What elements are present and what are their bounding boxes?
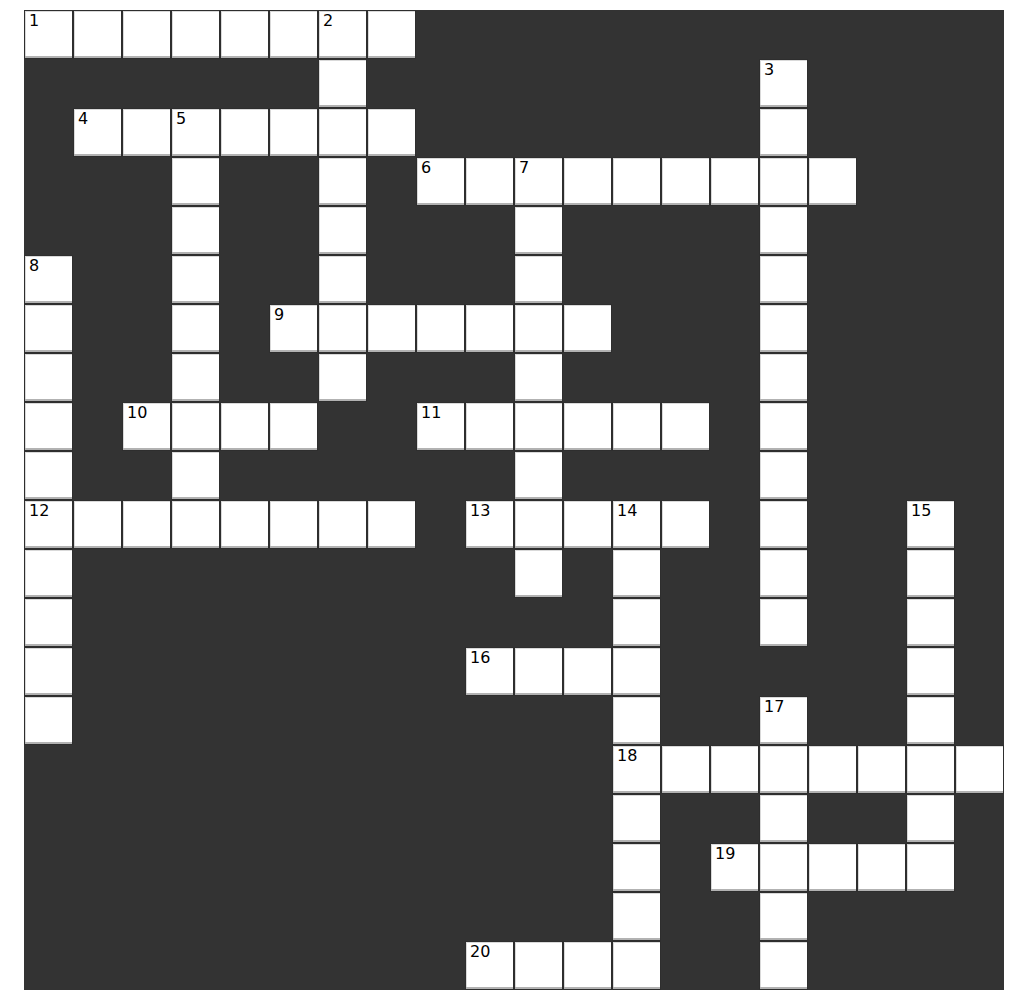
clue-number-13: 13 [470, 502, 490, 520]
cell-r0c0[interactable]: 1 [24, 10, 73, 59]
block-r15c11 [563, 745, 612, 794]
block-r18c10 [514, 892, 563, 941]
cell-r5c3[interactable] [171, 255, 220, 304]
cell-r15c13[interactable] [661, 745, 710, 794]
block-r9c14 [710, 451, 759, 500]
cell-r15c15[interactable] [759, 745, 808, 794]
cell-r16c12[interactable] [612, 794, 661, 843]
block-r15c10 [514, 745, 563, 794]
block-r12c17 [857, 598, 906, 647]
block-r16c6 [318, 794, 367, 843]
block-r16c9 [465, 794, 514, 843]
block-r9c8 [416, 451, 465, 500]
block-r18c0 [24, 892, 73, 941]
block-r12c14 [710, 598, 759, 647]
clue-number-16: 16 [470, 649, 490, 667]
block-r6c4 [220, 304, 269, 353]
cell-r3c9[interactable] [465, 157, 514, 206]
block-r15c6 [318, 745, 367, 794]
cell-r8c8[interactable]: 11 [416, 402, 465, 451]
block-r13c14 [710, 647, 759, 696]
block-r12c8 [416, 598, 465, 647]
clue-number-18: 18 [617, 747, 637, 765]
cell-r6c9[interactable] [465, 304, 514, 353]
cell-r15c17[interactable] [857, 745, 906, 794]
block-r18c9 [465, 892, 514, 941]
cell-r10c1[interactable] [73, 500, 122, 549]
block-r18c13 [661, 892, 710, 941]
cell-r2c15[interactable] [759, 108, 808, 157]
block-r16c13 [661, 794, 710, 843]
block-r6c17 [857, 304, 906, 353]
cell-r10c6[interactable] [318, 500, 367, 549]
block-r14c16 [808, 696, 857, 745]
cell-r1c6[interactable] [318, 59, 367, 108]
cell-r13c12[interactable] [612, 647, 661, 696]
block-r14c4 [220, 696, 269, 745]
cell-r14c15[interactable]: 17 [759, 696, 808, 745]
block-r2c16 [808, 108, 857, 157]
block-r1c8 [416, 59, 465, 108]
block-r17c13 [661, 843, 710, 892]
cell-r3c14[interactable] [710, 157, 759, 206]
block-r13c3 [171, 647, 220, 696]
block-r8c16 [808, 402, 857, 451]
block-r7c1 [73, 353, 122, 402]
block-r17c10 [514, 843, 563, 892]
crossword-grid: 1234567891011121314151617181920 [24, 10, 1004, 990]
block-r9c6 [318, 451, 367, 500]
cell-r8c13[interactable] [661, 402, 710, 451]
block-r2c19 [955, 108, 1004, 157]
block-r4c11 [563, 206, 612, 255]
cell-r0c5[interactable] [269, 10, 318, 59]
cell-r3c15[interactable] [759, 157, 808, 206]
cell-r8c2[interactable]: 10 [122, 402, 171, 451]
cell-r8c9[interactable] [465, 402, 514, 451]
cell-r15c16[interactable] [808, 745, 857, 794]
block-r10c19 [955, 500, 1004, 549]
cell-r2c2[interactable] [122, 108, 171, 157]
block-r9c18 [906, 451, 955, 500]
block-r16c17 [857, 794, 906, 843]
cell-r17c14[interactable]: 19 [710, 843, 759, 892]
block-r15c0 [24, 745, 73, 794]
cell-r11c12[interactable] [612, 549, 661, 598]
block-r14c13 [661, 696, 710, 745]
block-r5c13 [661, 255, 710, 304]
cell-r0c6[interactable]: 2 [318, 10, 367, 59]
block-r17c5 [269, 843, 318, 892]
cell-r6c6[interactable] [318, 304, 367, 353]
block-r11c14 [710, 549, 759, 598]
block-r14c8 [416, 696, 465, 745]
block-r3c7 [367, 157, 416, 206]
cell-r8c3[interactable] [171, 402, 220, 451]
block-r0c19 [955, 10, 1004, 59]
block-r7c16 [808, 353, 857, 402]
block-r2c0 [24, 108, 73, 157]
cell-r10c18[interactable]: 15 [906, 500, 955, 549]
cell-r10c11[interactable] [563, 500, 612, 549]
cell-r4c6[interactable] [318, 206, 367, 255]
block-r13c5 [269, 647, 318, 696]
block-r17c0 [24, 843, 73, 892]
block-r5c5 [269, 255, 318, 304]
cell-r5c0[interactable]: 8 [24, 255, 73, 304]
block-r16c7 [367, 794, 416, 843]
block-r13c13 [661, 647, 710, 696]
cell-r6c10[interactable] [514, 304, 563, 353]
block-r15c7 [367, 745, 416, 794]
cell-r3c11[interactable] [563, 157, 612, 206]
block-r17c1 [73, 843, 122, 892]
cell-r7c3[interactable] [171, 353, 220, 402]
cell-r17c17[interactable] [857, 843, 906, 892]
cell-r2c1[interactable]: 4 [73, 108, 122, 157]
block-r2c11 [563, 108, 612, 157]
block-r10c17 [857, 500, 906, 549]
block-r12c1 [73, 598, 122, 647]
cell-r14c0[interactable] [24, 696, 73, 745]
cell-r15c19[interactable] [955, 745, 1004, 794]
block-r11c1 [73, 549, 122, 598]
block-r16c11 [563, 794, 612, 843]
block-r1c4 [220, 59, 269, 108]
block-r16c10 [514, 794, 563, 843]
cell-r7c10[interactable] [514, 353, 563, 402]
block-r6c16 [808, 304, 857, 353]
cell-r10c10[interactable] [514, 500, 563, 549]
cell-r2c7[interactable] [367, 108, 416, 157]
block-r18c5 [269, 892, 318, 941]
block-r17c4 [220, 843, 269, 892]
cell-r7c0[interactable] [24, 353, 73, 402]
cell-r10c7[interactable] [367, 500, 416, 549]
cell-r0c1[interactable] [73, 10, 122, 59]
cell-r9c15[interactable] [759, 451, 808, 500]
block-r10c14 [710, 500, 759, 549]
block-r17c2 [122, 843, 171, 892]
block-r18c11 [563, 892, 612, 941]
block-r14c7 [367, 696, 416, 745]
cell-r17c15[interactable] [759, 843, 808, 892]
clue-number-14: 14 [617, 502, 637, 520]
cell-r10c2[interactable] [122, 500, 171, 549]
cell-r10c3[interactable] [171, 500, 220, 549]
block-r13c17 [857, 647, 906, 696]
block-r0c10 [514, 10, 563, 59]
block-r12c2 [122, 598, 171, 647]
cell-r13c10[interactable] [514, 647, 563, 696]
block-r13c19 [955, 647, 1004, 696]
block-r1c10 [514, 59, 563, 108]
cell-r9c10[interactable] [514, 451, 563, 500]
block-r18c2 [122, 892, 171, 941]
cell-r3c8[interactable]: 6 [416, 157, 465, 206]
cell-r12c18[interactable] [906, 598, 955, 647]
block-r19c0 [24, 941, 73, 990]
block-r15c4 [220, 745, 269, 794]
block-r8c14 [710, 402, 759, 451]
block-r11c4 [220, 549, 269, 598]
block-r12c13 [661, 598, 710, 647]
clue-number-19: 19 [715, 845, 735, 863]
cell-r11c18[interactable] [906, 549, 955, 598]
block-r2c9 [465, 108, 514, 157]
cell-r6c7[interactable] [367, 304, 416, 353]
cell-r18c15[interactable] [759, 892, 808, 941]
block-r9c2 [122, 451, 171, 500]
block-r18c1 [73, 892, 122, 941]
block-r5c19 [955, 255, 1004, 304]
cell-r0c2[interactable] [122, 10, 171, 59]
cell-r8c0[interactable] [24, 402, 73, 451]
block-r11c16 [808, 549, 857, 598]
cell-r0c7[interactable] [367, 10, 416, 59]
cell-r6c11[interactable] [563, 304, 612, 353]
block-r18c8 [416, 892, 465, 941]
cell-r4c15[interactable] [759, 206, 808, 255]
block-r1c16 [808, 59, 857, 108]
block-r14c11 [563, 696, 612, 745]
block-r0c13 [661, 10, 710, 59]
cell-r5c15[interactable] [759, 255, 808, 304]
block-r16c1 [73, 794, 122, 843]
block-r7c9 [465, 353, 514, 402]
cell-r2c6[interactable] [318, 108, 367, 157]
cell-r17c12[interactable] [612, 843, 661, 892]
cell-r10c0[interactable]: 12 [24, 500, 73, 549]
cell-r14c18[interactable] [906, 696, 955, 745]
block-r16c3 [171, 794, 220, 843]
cell-r6c5[interactable]: 9 [269, 304, 318, 353]
cell-r6c0[interactable] [24, 304, 73, 353]
block-r13c2 [122, 647, 171, 696]
block-r16c16 [808, 794, 857, 843]
block-r11c9 [465, 549, 514, 598]
cell-r5c6[interactable] [318, 255, 367, 304]
cell-r9c0[interactable] [24, 451, 73, 500]
cell-r8c5[interactable] [269, 402, 318, 451]
block-r15c2 [122, 745, 171, 794]
block-r6c14 [710, 304, 759, 353]
cell-r17c18[interactable] [906, 843, 955, 892]
cell-r10c15[interactable] [759, 500, 808, 549]
cell-r0c4[interactable] [220, 10, 269, 59]
cell-r10c12[interactable]: 14 [612, 500, 661, 549]
cell-r15c12[interactable]: 18 [612, 745, 661, 794]
cell-r16c18[interactable] [906, 794, 955, 843]
block-r11c7 [367, 549, 416, 598]
cell-r16c15[interactable] [759, 794, 808, 843]
block-r19c14 [710, 941, 759, 990]
block-r5c4 [220, 255, 269, 304]
block-r15c1 [73, 745, 122, 794]
block-r7c12 [612, 353, 661, 402]
block-r5c11 [563, 255, 612, 304]
block-r18c7 [367, 892, 416, 941]
block-r6c2 [122, 304, 171, 353]
cell-r13c18[interactable] [906, 647, 955, 696]
cell-r3c10[interactable]: 7 [514, 157, 563, 206]
clue-number-12: 12 [29, 502, 49, 520]
cell-r15c18[interactable] [906, 745, 955, 794]
block-r14c14 [710, 696, 759, 745]
block-r9c7 [367, 451, 416, 500]
block-r1c7 [367, 59, 416, 108]
cell-r3c3[interactable] [171, 157, 220, 206]
block-r5c7 [367, 255, 416, 304]
block-r0c18 [906, 10, 955, 59]
cell-r19c12[interactable] [612, 941, 661, 990]
block-r0c16 [808, 10, 857, 59]
cell-r7c6[interactable] [318, 353, 367, 402]
block-r11c6 [318, 549, 367, 598]
block-r11c19 [955, 549, 1004, 598]
cell-r2c5[interactable] [269, 108, 318, 157]
cell-r6c15[interactable] [759, 304, 808, 353]
cell-r10c4[interactable] [220, 500, 269, 549]
block-r13c15 [759, 647, 808, 696]
cell-r19c10[interactable] [514, 941, 563, 990]
block-r19c8 [416, 941, 465, 990]
block-r1c0 [24, 59, 73, 108]
cell-r8c15[interactable] [759, 402, 808, 451]
block-r19c5 [269, 941, 318, 990]
block-r9c17 [857, 451, 906, 500]
block-r4c7 [367, 206, 416, 255]
block-r2c17 [857, 108, 906, 157]
block-r9c5 [269, 451, 318, 500]
cell-r13c11[interactable] [563, 647, 612, 696]
cell-r11c10[interactable] [514, 549, 563, 598]
cell-r19c9[interactable]: 20 [465, 941, 514, 990]
block-r19c17 [857, 941, 906, 990]
block-r11c8 [416, 549, 465, 598]
block-r11c5 [269, 549, 318, 598]
block-r4c12 [612, 206, 661, 255]
block-r0c14 [710, 10, 759, 59]
cell-r10c13[interactable] [661, 500, 710, 549]
cell-r8c11[interactable] [563, 402, 612, 451]
cell-r10c5[interactable] [269, 500, 318, 549]
cell-r3c16[interactable] [808, 157, 857, 206]
clue-number-10: 10 [127, 404, 147, 422]
cell-r11c15[interactable] [759, 549, 808, 598]
block-r1c19 [955, 59, 1004, 108]
block-r19c6 [318, 941, 367, 990]
cell-r8c10[interactable] [514, 402, 563, 451]
block-r8c19 [955, 402, 1004, 451]
cell-r13c0[interactable] [24, 647, 73, 696]
cell-r12c12[interactable] [612, 598, 661, 647]
cell-r8c4[interactable] [220, 402, 269, 451]
block-r14c17 [857, 696, 906, 745]
block-r7c17 [857, 353, 906, 402]
block-r6c13 [661, 304, 710, 353]
block-r18c3 [171, 892, 220, 941]
block-r4c14 [710, 206, 759, 255]
block-r2c13 [661, 108, 710, 157]
block-r9c19 [955, 451, 1004, 500]
block-r8c6 [318, 402, 367, 451]
cell-r0c3[interactable] [171, 10, 220, 59]
cell-r12c15[interactable] [759, 598, 808, 647]
cell-r6c3[interactable] [171, 304, 220, 353]
cell-r1c15[interactable]: 3 [759, 59, 808, 108]
cell-r19c11[interactable] [563, 941, 612, 990]
block-r5c18 [906, 255, 955, 304]
clue-number-8: 8 [29, 257, 39, 275]
block-r12c11 [563, 598, 612, 647]
block-r0c17 [857, 10, 906, 59]
cell-r4c10[interactable] [514, 206, 563, 255]
cell-r13c9[interactable]: 16 [465, 647, 514, 696]
block-r0c15 [759, 10, 808, 59]
block-r3c1 [73, 157, 122, 206]
block-r18c4 [220, 892, 269, 941]
cell-r6c8[interactable] [416, 304, 465, 353]
cell-r3c13[interactable] [661, 157, 710, 206]
cell-r12c0[interactable] [24, 598, 73, 647]
cell-r10c9[interactable]: 13 [465, 500, 514, 549]
block-r9c12 [612, 451, 661, 500]
block-r16c14 [710, 794, 759, 843]
clue-number-2: 2 [323, 12, 333, 30]
block-r13c1 [73, 647, 122, 696]
block-r7c14 [710, 353, 759, 402]
cell-r7c15[interactable] [759, 353, 808, 402]
block-r7c4 [220, 353, 269, 402]
block-r4c16 [808, 206, 857, 255]
block-r9c13 [661, 451, 710, 500]
cell-r14c12[interactable] [612, 696, 661, 745]
block-r8c18 [906, 402, 955, 451]
cell-r9c3[interactable] [171, 451, 220, 500]
block-r5c14 [710, 255, 759, 304]
block-r13c7 [367, 647, 416, 696]
block-r18c19 [955, 892, 1004, 941]
block-r15c5 [269, 745, 318, 794]
cell-r17c16[interactable] [808, 843, 857, 892]
block-r17c9 [465, 843, 514, 892]
cell-r4c3[interactable] [171, 206, 220, 255]
block-r1c13 [661, 59, 710, 108]
cell-r11c0[interactable] [24, 549, 73, 598]
cell-r2c3[interactable]: 5 [171, 108, 220, 157]
block-r7c8 [416, 353, 465, 402]
block-r12c6 [318, 598, 367, 647]
cell-r15c14[interactable] [710, 745, 759, 794]
block-r2c10 [514, 108, 563, 157]
block-r2c8 [416, 108, 465, 157]
cell-r5c10[interactable] [514, 255, 563, 304]
cell-r3c6[interactable] [318, 157, 367, 206]
block-r9c16 [808, 451, 857, 500]
block-r12c19 [955, 598, 1004, 647]
cell-r8c12[interactable] [612, 402, 661, 451]
block-r4c17 [857, 206, 906, 255]
cell-r19c15[interactable] [759, 941, 808, 990]
cell-r3c12[interactable] [612, 157, 661, 206]
block-r5c8 [416, 255, 465, 304]
cell-r18c12[interactable] [612, 892, 661, 941]
block-r6c18 [906, 304, 955, 353]
cell-r2c4[interactable] [220, 108, 269, 157]
block-r13c6 [318, 647, 367, 696]
block-r3c17 [857, 157, 906, 206]
